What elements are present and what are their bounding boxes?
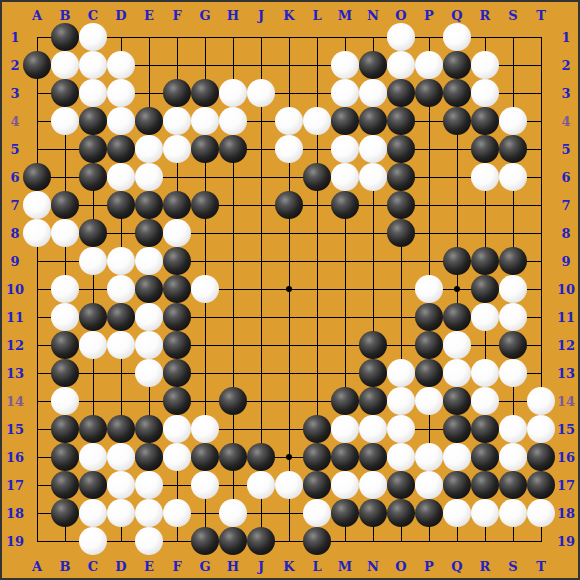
column-label-N-top: N — [367, 9, 379, 22]
white-stone-S18[interactable] — [499, 499, 527, 527]
white-stone-D2[interactable] — [107, 51, 135, 79]
black-stone-S9[interactable] — [499, 247, 527, 275]
white-stone-R2[interactable] — [471, 51, 499, 79]
black-stone-F13[interactable] — [163, 359, 191, 387]
black-stone-L6[interactable] — [303, 163, 331, 191]
black-stone-E8[interactable] — [135, 219, 163, 247]
column-label-D-bottom: D — [115, 560, 126, 573]
row-label-11-left: 11 — [6, 311, 24, 324]
column-label-E-bottom: E — [144, 560, 154, 573]
white-stone-T15[interactable] — [527, 415, 555, 443]
white-stone-C9[interactable] — [79, 247, 107, 275]
black-stone-S5[interactable] — [499, 135, 527, 163]
black-stone-G19[interactable] — [191, 527, 219, 555]
white-stone-O1[interactable] — [387, 23, 415, 51]
white-stone-M5[interactable] — [331, 135, 359, 163]
black-stone-J16[interactable] — [247, 443, 275, 471]
black-stone-F7[interactable] — [163, 191, 191, 219]
black-stone-P12[interactable] — [415, 331, 443, 359]
row-label-18-right: 18 — [557, 507, 575, 520]
row-label-5-left: 5 — [10, 143, 19, 156]
black-stone-P3[interactable] — [415, 79, 443, 107]
black-stone-O3[interactable] — [387, 79, 415, 107]
goban[interactable]: AABBCCDDEEFFGGHHJJKKLLMMNNOOPPQQRRSSTT11… — [0, 0, 580, 580]
white-stone-R3[interactable] — [471, 79, 499, 107]
column-label-C-top: C — [88, 9, 98, 22]
column-label-A-top: A — [32, 9, 42, 22]
column-label-F-top: F — [172, 9, 181, 22]
white-stone-Q16[interactable] — [443, 443, 471, 471]
white-stone-L18[interactable] — [303, 499, 331, 527]
row-label-10-right: 10 — [557, 283, 575, 296]
row-label-16-left: 16 — [6, 451, 24, 464]
star-point-K16 — [286, 454, 292, 460]
white-stone-R14[interactable] — [471, 387, 499, 415]
white-stone-F15[interactable] — [163, 415, 191, 443]
white-stone-P14[interactable] — [415, 387, 443, 415]
black-stone-T16[interactable] — [527, 443, 555, 471]
white-stone-J17[interactable] — [247, 471, 275, 499]
row-label-13-left: 13 — [6, 367, 24, 380]
row-label-17-left: 17 — [6, 479, 24, 492]
column-label-J-bottom: J — [258, 560, 264, 573]
column-label-F-bottom: F — [172, 560, 181, 573]
row-label-19-right: 19 — [557, 535, 575, 548]
black-stone-M7[interactable] — [331, 191, 359, 219]
black-stone-H14[interactable] — [219, 387, 247, 415]
white-stone-S4[interactable] — [499, 107, 527, 135]
column-label-P-top: P — [424, 9, 434, 22]
white-stone-D12[interactable] — [107, 331, 135, 359]
black-stone-Q2[interactable] — [443, 51, 471, 79]
black-stone-C5[interactable] — [79, 135, 107, 163]
black-stone-D7[interactable] — [107, 191, 135, 219]
column-label-L-top: L — [312, 9, 321, 22]
white-stone-E6[interactable] — [135, 163, 163, 191]
black-stone-H16[interactable] — [219, 443, 247, 471]
white-stone-E19[interactable] — [135, 527, 163, 555]
white-stone-N15[interactable] — [359, 415, 387, 443]
column-label-K-bottom: K — [283, 560, 294, 573]
row-label-3-left: 3 — [10, 87, 19, 100]
white-stone-F16[interactable] — [163, 443, 191, 471]
black-stone-A2[interactable] — [23, 51, 51, 79]
column-label-R-top: R — [480, 9, 491, 22]
black-stone-R9[interactable] — [471, 247, 499, 275]
black-stone-N4[interactable] — [359, 107, 387, 135]
black-stone-F11[interactable] — [163, 303, 191, 331]
black-stone-N18[interactable] — [359, 499, 387, 527]
black-stone-L19[interactable] — [303, 527, 331, 555]
white-stone-K4[interactable] — [275, 107, 303, 135]
white-stone-B10[interactable] — [51, 275, 79, 303]
white-stone-S13[interactable] — [499, 359, 527, 387]
black-stone-C8[interactable] — [79, 219, 107, 247]
black-stone-D15[interactable] — [107, 415, 135, 443]
column-label-D-top: D — [115, 9, 126, 22]
row-label-9-right: 9 — [561, 255, 570, 268]
black-stone-E4[interactable] — [135, 107, 163, 135]
black-stone-F10[interactable] — [163, 275, 191, 303]
column-label-E-top: E — [144, 9, 154, 22]
black-stone-B3[interactable] — [51, 79, 79, 107]
black-stone-N12[interactable] — [359, 331, 387, 359]
white-stone-O13[interactable] — [387, 359, 415, 387]
row-label-11-right: 11 — [557, 311, 575, 324]
black-stone-Q11[interactable] — [443, 303, 471, 331]
star-point-K10 — [286, 286, 292, 292]
black-stone-N14[interactable] — [359, 387, 387, 415]
black-stone-C4[interactable] — [79, 107, 107, 135]
black-stone-O18[interactable] — [387, 499, 415, 527]
column-label-G-bottom: G — [199, 560, 210, 573]
white-stone-J3[interactable] — [247, 79, 275, 107]
white-stone-T14[interactable] — [527, 387, 555, 415]
black-stone-E7[interactable] — [135, 191, 163, 219]
column-label-N-bottom: N — [367, 560, 379, 573]
white-stone-D17[interactable] — [107, 471, 135, 499]
white-stone-Q13[interactable] — [443, 359, 471, 387]
black-stone-O7[interactable] — [387, 191, 415, 219]
black-stone-B15[interactable] — [51, 415, 79, 443]
white-stone-F18[interactable] — [163, 499, 191, 527]
white-stone-N3[interactable] — [359, 79, 387, 107]
black-stone-G7[interactable] — [191, 191, 219, 219]
column-label-M-bottom: M — [338, 560, 352, 573]
row-label-6-right: 6 — [561, 171, 570, 184]
white-stone-H4[interactable] — [219, 107, 247, 135]
column-label-Q-bottom: Q — [451, 560, 462, 573]
white-stone-Q12[interactable] — [443, 331, 471, 359]
black-stone-L17[interactable] — [303, 471, 331, 499]
row-label-8-right: 8 — [561, 227, 570, 240]
black-stone-O8[interactable] — [387, 219, 415, 247]
black-stone-G16[interactable] — [191, 443, 219, 471]
black-stone-K7[interactable] — [275, 191, 303, 219]
white-stone-K5[interactable] — [275, 135, 303, 163]
black-stone-B18[interactable] — [51, 499, 79, 527]
white-stone-D6[interactable] — [107, 163, 135, 191]
column-label-M-top: M — [338, 9, 352, 22]
column-label-B-top: B — [60, 9, 71, 22]
white-stone-M3[interactable] — [331, 79, 359, 107]
black-stone-O5[interactable] — [387, 135, 415, 163]
black-stone-O17[interactable] — [387, 471, 415, 499]
white-stone-C19[interactable] — [79, 527, 107, 555]
column-label-K-top: K — [283, 9, 294, 22]
row-label-16-right: 16 — [557, 451, 575, 464]
white-stone-M15[interactable] — [331, 415, 359, 443]
black-stone-M16[interactable] — [331, 443, 359, 471]
black-stone-N2[interactable] — [359, 51, 387, 79]
black-stone-C15[interactable] — [79, 415, 107, 443]
white-stone-R6[interactable] — [471, 163, 499, 191]
white-stone-E12[interactable] — [135, 331, 163, 359]
white-stone-B14[interactable] — [51, 387, 79, 415]
black-stone-P18[interactable] — [415, 499, 443, 527]
column-label-O-bottom: O — [395, 560, 406, 573]
black-stone-O4[interactable] — [387, 107, 415, 135]
white-stone-O14[interactable] — [387, 387, 415, 415]
white-stone-F5[interactable] — [163, 135, 191, 163]
column-label-C-bottom: C — [88, 560, 98, 573]
black-stone-Q14[interactable] — [443, 387, 471, 415]
black-stone-Q3[interactable] — [443, 79, 471, 107]
column-label-L-bottom: L — [312, 560, 321, 573]
white-stone-B2[interactable] — [51, 51, 79, 79]
white-stone-S6[interactable] — [499, 163, 527, 191]
white-stone-O15[interactable] — [387, 415, 415, 443]
column-label-H-bottom: H — [227, 560, 239, 573]
white-stone-L4[interactable] — [303, 107, 331, 135]
row-label-4-right: 4 — [561, 115, 570, 128]
black-stone-O6[interactable] — [387, 163, 415, 191]
white-stone-F4[interactable] — [163, 107, 191, 135]
row-label-6-left: 6 — [10, 171, 19, 184]
white-stone-Q1[interactable] — [443, 23, 471, 51]
white-stone-E5[interactable] — [135, 135, 163, 163]
column-label-S-bottom: S — [508, 560, 517, 573]
white-stone-B11[interactable] — [51, 303, 79, 331]
column-label-P-bottom: P — [424, 560, 434, 573]
row-label-9-left: 9 — [10, 255, 19, 268]
row-label-1-left: 1 — [10, 31, 19, 44]
row-label-3-right: 3 — [561, 87, 570, 100]
row-label-1-right: 1 — [561, 31, 570, 44]
white-stone-P10[interactable] — [415, 275, 443, 303]
black-stone-B17[interactable] — [51, 471, 79, 499]
white-stone-C18[interactable] — [79, 499, 107, 527]
black-stone-B13[interactable] — [51, 359, 79, 387]
row-label-8-left: 8 — [10, 227, 19, 240]
black-stone-R4[interactable] — [471, 107, 499, 135]
white-stone-A8[interactable] — [23, 219, 51, 247]
white-stone-M2[interactable] — [331, 51, 359, 79]
column-label-T-top: T — [536, 9, 546, 22]
black-stone-G5[interactable] — [191, 135, 219, 163]
white-stone-Q18[interactable] — [443, 499, 471, 527]
white-stone-N17[interactable] — [359, 471, 387, 499]
black-stone-T17[interactable] — [527, 471, 555, 499]
black-stone-C17[interactable] — [79, 471, 107, 499]
white-stone-K17[interactable] — [275, 471, 303, 499]
white-stone-D16[interactable] — [107, 443, 135, 471]
black-stone-E16[interactable] — [135, 443, 163, 471]
row-label-4-left: 4 — [10, 115, 19, 128]
white-stone-E13[interactable] — [135, 359, 163, 387]
row-label-12-left: 12 — [6, 339, 24, 352]
white-stone-R13[interactable] — [471, 359, 499, 387]
white-stone-R11[interactable] — [471, 303, 499, 331]
black-stone-M14[interactable] — [331, 387, 359, 415]
black-stone-R5[interactable] — [471, 135, 499, 163]
white-stone-O2[interactable] — [387, 51, 415, 79]
black-stone-M18[interactable] — [331, 499, 359, 527]
black-stone-R17[interactable] — [471, 471, 499, 499]
white-stone-B4[interactable] — [51, 107, 79, 135]
white-stone-S10[interactable] — [499, 275, 527, 303]
white-stone-E9[interactable] — [135, 247, 163, 275]
black-stone-H5[interactable] — [219, 135, 247, 163]
row-label-10-left: 10 — [6, 283, 24, 296]
black-stone-L15[interactable] — [303, 415, 331, 443]
white-stone-C2[interactable] — [79, 51, 107, 79]
row-label-7-left: 7 — [10, 199, 19, 212]
black-stone-N16[interactable] — [359, 443, 387, 471]
black-stone-L16[interactable] — [303, 443, 331, 471]
row-label-2-right: 2 — [561, 59, 570, 72]
black-stone-B16[interactable] — [51, 443, 79, 471]
black-stone-B12[interactable] — [51, 331, 79, 359]
white-stone-A7[interactable] — [23, 191, 51, 219]
black-stone-Q17[interactable] — [443, 471, 471, 499]
black-stone-R16[interactable] — [471, 443, 499, 471]
row-label-13-right: 13 — [557, 367, 575, 380]
white-stone-T18[interactable] — [527, 499, 555, 527]
white-stone-H3[interactable] — [219, 79, 247, 107]
column-label-R-bottom: R — [480, 560, 491, 573]
black-stone-B7[interactable] — [51, 191, 79, 219]
row-label-7-right: 7 — [561, 199, 570, 212]
black-stone-D11[interactable] — [107, 303, 135, 331]
row-label-17-right: 17 — [557, 479, 575, 492]
black-stone-F12[interactable] — [163, 331, 191, 359]
black-stone-J19[interactable] — [247, 527, 275, 555]
white-stone-D18[interactable] — [107, 499, 135, 527]
white-stone-D3[interactable] — [107, 79, 135, 107]
black-stone-C11[interactable] — [79, 303, 107, 331]
row-label-18-left: 18 — [6, 507, 24, 520]
column-label-A-bottom: A — [32, 560, 42, 573]
white-stone-G4[interactable] — [191, 107, 219, 135]
black-stone-H19[interactable] — [219, 527, 247, 555]
white-stone-P16[interactable] — [415, 443, 443, 471]
white-stone-S16[interactable] — [499, 443, 527, 471]
white-stone-G15[interactable] — [191, 415, 219, 443]
column-label-O-top: O — [395, 9, 406, 22]
column-label-G-top: G — [199, 9, 210, 22]
white-stone-S11[interactable] — [499, 303, 527, 331]
black-stone-E15[interactable] — [135, 415, 163, 443]
white-stone-R18[interactable] — [471, 499, 499, 527]
white-stone-G10[interactable] — [191, 275, 219, 303]
white-stone-D9[interactable] — [107, 247, 135, 275]
row-label-15-left: 15 — [6, 423, 24, 436]
white-stone-M17[interactable] — [331, 471, 359, 499]
column-label-Q-top: Q — [451, 9, 462, 22]
black-stone-P13[interactable] — [415, 359, 443, 387]
row-label-19-left: 19 — [6, 535, 24, 548]
column-label-B-bottom: B — [60, 560, 71, 573]
white-stone-F8[interactable] — [163, 219, 191, 247]
black-stone-M4[interactable] — [331, 107, 359, 135]
white-stone-H18[interactable] — [219, 499, 247, 527]
row-label-15-right: 15 — [557, 423, 575, 436]
white-stone-S15[interactable] — [499, 415, 527, 443]
black-stone-A6[interactable] — [23, 163, 51, 191]
black-stone-Q15[interactable] — [443, 415, 471, 443]
row-label-2-left: 2 — [10, 59, 19, 72]
black-stone-F14[interactable] — [163, 387, 191, 415]
white-stone-G17[interactable] — [191, 471, 219, 499]
white-stone-E17[interactable] — [135, 471, 163, 499]
row-label-12-right: 12 — [557, 339, 575, 352]
white-stone-C16[interactable] — [79, 443, 107, 471]
white-stone-C1[interactable] — [79, 23, 107, 51]
white-stone-E11[interactable] — [135, 303, 163, 331]
row-label-14-right: 14 — [557, 395, 575, 408]
white-stone-E18[interactable] — [135, 499, 163, 527]
white-stone-C3[interactable] — [79, 79, 107, 107]
white-stone-N6[interactable] — [359, 163, 387, 191]
black-stone-S12[interactable] — [499, 331, 527, 359]
column-label-H-top: H — [227, 9, 239, 22]
black-stone-N13[interactable] — [359, 359, 387, 387]
white-stone-M6[interactable] — [331, 163, 359, 191]
row-label-5-right: 5 — [561, 143, 570, 156]
black-stone-D5[interactable] — [107, 135, 135, 163]
black-stone-C6[interactable] — [79, 163, 107, 191]
black-stone-R15[interactable] — [471, 415, 499, 443]
white-stone-O16[interactable] — [387, 443, 415, 471]
white-stone-B8[interactable] — [51, 219, 79, 247]
white-stone-C12[interactable] — [79, 331, 107, 359]
black-stone-P11[interactable] — [415, 303, 443, 331]
column-label-T-bottom: T — [536, 560, 546, 573]
black-stone-Q9[interactable] — [443, 247, 471, 275]
white-stone-P17[interactable] — [415, 471, 443, 499]
white-stone-D4[interactable] — [107, 107, 135, 135]
white-stone-N5[interactable] — [359, 135, 387, 163]
black-stone-F9[interactable] — [163, 247, 191, 275]
black-stone-R10[interactable] — [471, 275, 499, 303]
white-stone-P2[interactable] — [415, 51, 443, 79]
black-stone-E10[interactable] — [135, 275, 163, 303]
black-stone-G3[interactable] — [191, 79, 219, 107]
star-point-Q10 — [454, 286, 460, 292]
black-stone-F3[interactable] — [163, 79, 191, 107]
black-stone-S17[interactable] — [499, 471, 527, 499]
black-stone-Q4[interactable] — [443, 107, 471, 135]
white-stone-D10[interactable] — [107, 275, 135, 303]
black-stone-B1[interactable] — [51, 23, 79, 51]
row-label-14-left: 14 — [6, 395, 24, 408]
column-label-J-top: J — [258, 9, 264, 22]
column-label-S-top: S — [508, 9, 517, 22]
